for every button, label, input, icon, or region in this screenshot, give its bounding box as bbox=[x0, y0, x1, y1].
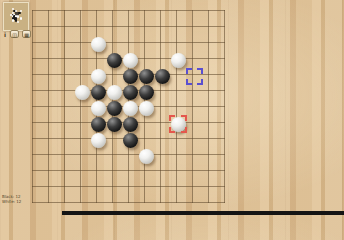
minimap-dot bbox=[12, 19, 14, 21]
cursor[interactable] bbox=[186, 68, 203, 85]
last-move-marker-corner bbox=[169, 115, 175, 121]
stone-white bbox=[91, 37, 106, 52]
last-move-marker-corner bbox=[181, 115, 187, 121]
stone-white bbox=[91, 69, 106, 84]
stone-white bbox=[123, 101, 138, 116]
minimap bbox=[3, 2, 29, 31]
stone-white bbox=[171, 53, 186, 68]
stone-white bbox=[139, 149, 154, 164]
bottom-bar bbox=[62, 211, 344, 216]
stone-white bbox=[91, 133, 106, 148]
stone-black bbox=[107, 53, 122, 68]
stone-black bbox=[123, 69, 138, 84]
minimap-dot bbox=[20, 17, 22, 19]
last-move-marker-corner bbox=[169, 127, 175, 133]
stone-black bbox=[123, 117, 138, 132]
stone-black bbox=[139, 69, 154, 84]
stone-black bbox=[123, 133, 138, 148]
status-text: Black: 12 White: 12 bbox=[2, 194, 21, 204]
stone-black bbox=[107, 117, 122, 132]
stone-white bbox=[123, 53, 138, 68]
stone-black bbox=[107, 101, 122, 116]
status-line-2: White: 12 bbox=[2, 199, 21, 204]
stone-white bbox=[75, 85, 90, 100]
window-icon[interactable]: ◫ bbox=[10, 30, 19, 38]
stone-white bbox=[91, 101, 106, 116]
cursor-corner bbox=[197, 68, 203, 74]
board[interactable] bbox=[32, 10, 225, 203]
last-move-marker bbox=[169, 115, 187, 133]
cursor-corner bbox=[186, 79, 192, 85]
toolbar: i ◫ ▦ bbox=[3, 30, 31, 38]
minimap-dot bbox=[17, 21, 19, 23]
stone-black bbox=[139, 85, 154, 100]
stone-black bbox=[91, 117, 106, 132]
cursor-corner bbox=[197, 79, 203, 85]
stone-black bbox=[155, 69, 170, 84]
stone-white bbox=[107, 85, 122, 100]
stone-black bbox=[123, 85, 138, 100]
last-move-marker-corner bbox=[181, 127, 187, 133]
stone-black bbox=[91, 85, 106, 100]
info-icon: i bbox=[3, 31, 7, 38]
grid-icon[interactable]: ▦ bbox=[22, 30, 31, 38]
cursor-corner bbox=[186, 68, 192, 74]
stone-white bbox=[139, 101, 154, 116]
